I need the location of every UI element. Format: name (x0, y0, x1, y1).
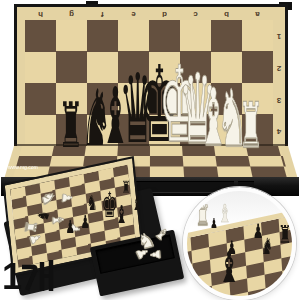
quantity-digit: 1 (2, 262, 20, 293)
hangul-gae-glyph (20, 259, 56, 293)
file-label: c (180, 7, 211, 19)
file-label: h (25, 7, 56, 19)
file-labels: h g f e d c b a (25, 7, 273, 19)
black-rook: ♜ (58, 94, 83, 157)
black-pawn: ♟ (210, 216, 217, 230)
rank-label: 1 (273, 20, 285, 52)
white-knight-lying: ♞ (39, 189, 58, 209)
white-rook: ♜ (195, 203, 210, 231)
file-label: f (87, 7, 118, 19)
file-label: e (118, 7, 149, 19)
black-rook: ♜ (121, 179, 130, 196)
white-bishop: ♝ (218, 201, 231, 226)
white-rook: ♜ (238, 94, 263, 157)
black-bishop: ♝ (218, 246, 241, 289)
black-pawn: ♟ (81, 213, 90, 231)
black-pawn: ♟ (66, 218, 75, 236)
black-rook: ♜ (278, 222, 291, 247)
quantity-label: 1 (2, 259, 56, 293)
file-label: g (56, 7, 87, 19)
white-pawn-lying: ♟ (61, 192, 75, 204)
rank-labels: 1 2 3 4 (273, 20, 285, 147)
black-bishop: ♝ (132, 195, 142, 215)
black-knight: ♞ (87, 193, 98, 214)
white-pawn-in-drawer: ♟ (148, 248, 162, 261)
black-knight: ♞ (261, 236, 273, 259)
rank-label: 2 (273, 52, 285, 84)
zoom-inset-circle: ♜ ♝ ♟ ♟ ♞ ♜ ♟ ♝ (183, 187, 296, 300)
file-label: d (149, 7, 180, 19)
file-label: b (211, 7, 242, 19)
rank-label: 3 (273, 84, 285, 116)
rank-label: 4 (273, 115, 285, 147)
black-bishop: ♝ (115, 202, 128, 227)
product-photo: h g f e d c b a 1 2 3 4 (0, 0, 300, 300)
file-label: a (242, 7, 273, 19)
